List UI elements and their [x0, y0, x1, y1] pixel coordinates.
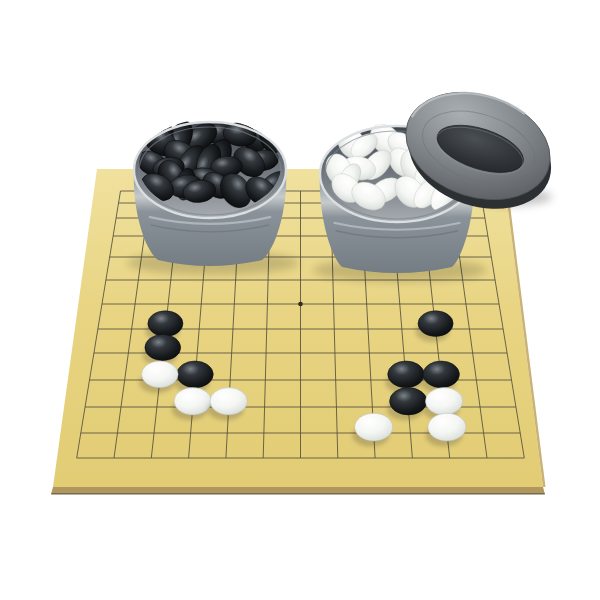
board-front-edge-shadow — [51, 493, 545, 495]
black-stone-L4 — [423, 361, 460, 388]
white-stone-E3 — [210, 388, 247, 415]
black-stone-K3 — [390, 388, 427, 415]
white-stone-C4 — [142, 361, 179, 388]
black-stone-D4 — [177, 361, 214, 388]
hoshi-point-G7 — [298, 302, 303, 307]
black-stone-C6 — [148, 311, 183, 337]
white-stone-J2 — [355, 413, 393, 441]
go-set-photo — [0, 0, 600, 600]
black-stone-K4 — [388, 361, 425, 388]
white-stone-D3 — [174, 388, 211, 415]
white-stone-L3 — [425, 388, 462, 415]
black-stone-C5 — [145, 334, 181, 360]
go-scene-canvas — [0, 0, 600, 600]
black-stone-L6 — [418, 311, 453, 337]
white-stone-L2 — [428, 413, 466, 441]
board-front-edge — [52, 487, 545, 493]
